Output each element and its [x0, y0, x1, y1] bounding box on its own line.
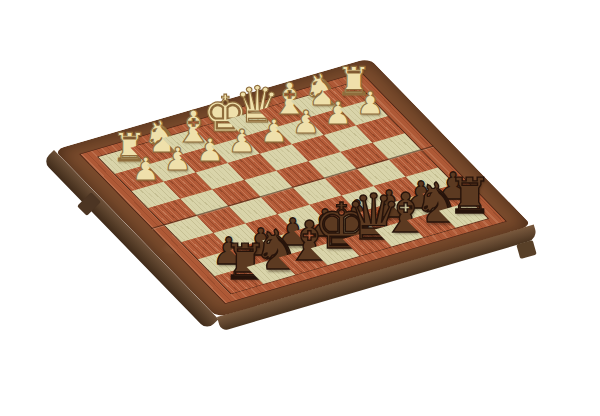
- board-hinge-tab-right: [516, 240, 536, 259]
- chess-board: ♜♞♝♚♛♝♞♜♟♟♟♟♟♟♟♟♟♟♟♟♟♟♟♟♜♞♝♚♛♝♞♜: [54, 58, 532, 318]
- white-pawn[interactable]: ♟: [323, 87, 418, 119]
- chess-set-photo: ♜♞♝♚♛♝♞♜♟♟♟♟♟♟♟♟♟♟♟♟♟♟♟♟♜♞♝♚♛♝♞♜: [0, 0, 600, 416]
- black-rook[interactable]: ♜: [412, 172, 528, 221]
